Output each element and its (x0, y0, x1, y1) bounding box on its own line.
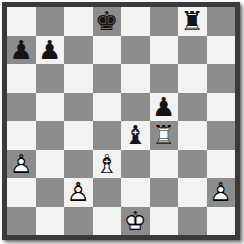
square-e8 (121, 7, 150, 36)
black-piece-fill: ♝ (124, 122, 147, 148)
square-d5 (93, 93, 122, 122)
square-f1 (150, 207, 179, 236)
square-b5 (36, 93, 65, 122)
black-piece-fill: ♜ (181, 8, 204, 34)
white-piece-outline: ♖ (152, 122, 175, 148)
white-piece-outline: ♙ (209, 179, 232, 205)
piece-white-bishop: ♝♗ (93, 150, 122, 179)
square-e3 (121, 150, 150, 179)
square-h2: ♟♙ (207, 178, 236, 207)
square-h6 (207, 64, 236, 93)
square-d1 (93, 207, 122, 236)
piece-black-pawn: ♟ (36, 36, 65, 65)
square-g7 (178, 36, 207, 65)
square-f6 (150, 64, 179, 93)
square-f5: ♟ (150, 93, 179, 122)
square-g1 (178, 207, 207, 236)
square-d8: ♚ (93, 7, 122, 36)
square-c4 (64, 121, 93, 150)
piece-white-rook: ♜♖ (150, 121, 179, 150)
square-f2 (150, 178, 179, 207)
square-e2 (121, 178, 150, 207)
white-piece-outline: ♗ (95, 151, 118, 177)
square-f7 (150, 36, 179, 65)
piece-black-bishop: ♝ (121, 121, 150, 150)
black-piece-fill: ♟ (10, 37, 33, 63)
square-g3 (178, 150, 207, 179)
white-piece-outline: ♔ (124, 208, 147, 234)
square-g5 (178, 93, 207, 122)
square-b2 (36, 178, 65, 207)
square-a8 (7, 7, 36, 36)
black-piece-fill: ♚ (95, 8, 118, 34)
square-c5 (64, 93, 93, 122)
square-g8: ♜ (178, 7, 207, 36)
chess-board: ♚♜♟♟♟♝♜♖♟♙♝♗♟♙♟♙♚♔ (7, 7, 235, 235)
white-piece-outline: ♙ (67, 179, 90, 205)
piece-black-pawn: ♟ (150, 93, 179, 122)
square-b7: ♟ (36, 36, 65, 65)
square-a7: ♟ (7, 36, 36, 65)
board-frame: ♚♜♟♟♟♝♜♖♟♙♝♗♟♙♟♙♚♔ (2, 2, 240, 240)
square-a3: ♟♙ (7, 150, 36, 179)
square-c7 (64, 36, 93, 65)
square-b6 (36, 64, 65, 93)
square-a6 (7, 64, 36, 93)
square-g2 (178, 178, 207, 207)
piece-white-king: ♚♔ (121, 207, 150, 236)
square-e7 (121, 36, 150, 65)
square-d2 (93, 178, 122, 207)
square-e5 (121, 93, 150, 122)
piece-white-pawn: ♟♙ (207, 178, 236, 207)
square-h8 (207, 7, 236, 36)
square-b8 (36, 7, 65, 36)
piece-black-pawn: ♟ (7, 36, 36, 65)
piece-white-pawn: ♟♙ (7, 150, 36, 179)
square-h1 (207, 207, 236, 236)
square-h4 (207, 121, 236, 150)
square-c1 (64, 207, 93, 236)
square-c6 (64, 64, 93, 93)
square-a4 (7, 121, 36, 150)
square-h3 (207, 150, 236, 179)
page: ♚♜♟♟♟♝♜♖♟♙♝♗♟♙♟♙♚♔ (0, 0, 244, 244)
square-h7 (207, 36, 236, 65)
square-b4 (36, 121, 65, 150)
square-a5 (7, 93, 36, 122)
square-d3: ♝♗ (93, 150, 122, 179)
square-g4 (178, 121, 207, 150)
square-d4 (93, 121, 122, 150)
square-e1: ♚♔ (121, 207, 150, 236)
black-piece-fill: ♟ (38, 37, 61, 63)
square-c3 (64, 150, 93, 179)
piece-black-king: ♚ (93, 7, 122, 36)
piece-black-rook: ♜ (178, 7, 207, 36)
square-a2 (7, 178, 36, 207)
square-f4: ♜♖ (150, 121, 179, 150)
square-a1 (7, 207, 36, 236)
square-g6 (178, 64, 207, 93)
square-d7 (93, 36, 122, 65)
square-h5 (207, 93, 236, 122)
piece-white-pawn: ♟♙ (64, 178, 93, 207)
square-e6 (121, 64, 150, 93)
square-d6 (93, 64, 122, 93)
black-piece-fill: ♟ (152, 94, 175, 120)
square-b1 (36, 207, 65, 236)
square-f8 (150, 7, 179, 36)
square-e4: ♝ (121, 121, 150, 150)
white-piece-outline: ♙ (10, 151, 33, 177)
square-c8 (64, 7, 93, 36)
square-f3 (150, 150, 179, 179)
square-c2: ♟♙ (64, 178, 93, 207)
square-b3 (36, 150, 65, 179)
